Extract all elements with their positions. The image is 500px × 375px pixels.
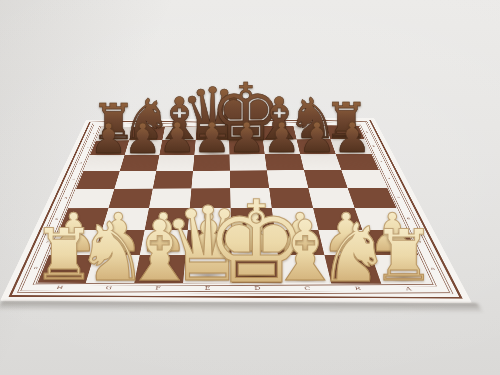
square-c3[interactable] xyxy=(145,208,190,230)
square-e4[interactable] xyxy=(230,188,272,208)
file-labels-bottom: HGFEDCBA xyxy=(34,285,435,292)
square-h8[interactable] xyxy=(326,126,365,140)
square-b1[interactable] xyxy=(86,255,140,283)
square-a7[interactable] xyxy=(90,140,129,155)
square-h1[interactable] xyxy=(371,255,431,284)
square-b8[interactable] xyxy=(129,127,165,141)
square-h4[interactable] xyxy=(348,188,397,208)
square-d4[interactable] xyxy=(190,188,231,208)
square-c8[interactable] xyxy=(162,127,197,141)
coord-label: E xyxy=(197,123,229,126)
square-c2[interactable] xyxy=(140,230,188,255)
square-f8[interactable] xyxy=(261,126,297,140)
coord-label: H xyxy=(34,285,85,291)
coord-label: D xyxy=(232,285,282,291)
square-b4[interactable] xyxy=(108,189,152,209)
chess-board: HGFEDCBA HGFEDCBA 12345678 12345678 xyxy=(0,118,472,303)
square-a5[interactable] xyxy=(76,171,120,189)
coord-label: F xyxy=(165,123,197,126)
square-h3[interactable] xyxy=(355,208,407,230)
coord-label: E xyxy=(182,285,232,291)
coord-label: F xyxy=(133,285,183,291)
square-d5[interactable] xyxy=(191,171,230,189)
square-a4[interactable] xyxy=(68,189,114,209)
square-f1[interactable] xyxy=(278,255,331,283)
square-g6[interactable] xyxy=(300,154,341,170)
square-d2[interactable] xyxy=(186,230,232,255)
square-e3[interactable] xyxy=(231,208,275,230)
square-b2[interactable] xyxy=(94,230,144,255)
square-a6[interactable] xyxy=(83,155,124,171)
square-a1[interactable] xyxy=(38,255,95,283)
coord-label: B xyxy=(293,122,326,125)
coord-label: D xyxy=(229,123,261,126)
coord-label: A xyxy=(382,286,435,292)
square-f3[interactable] xyxy=(272,208,319,230)
photo-scene: HGFEDCBA HGFEDCBA 12345678 12345678 ♜♞♝♛… xyxy=(0,0,500,375)
square-d8[interactable] xyxy=(196,126,230,140)
square-c7[interactable] xyxy=(159,140,195,155)
square-e7[interactable] xyxy=(229,140,265,155)
square-h7[interactable] xyxy=(331,139,372,154)
square-a3[interactable] xyxy=(59,208,108,230)
square-e5[interactable] xyxy=(230,170,269,188)
square-g5[interactable] xyxy=(304,170,348,188)
square-f7[interactable] xyxy=(263,139,300,154)
square-d6[interactable] xyxy=(193,154,230,170)
square-a2[interactable] xyxy=(49,230,102,255)
square-b3[interactable] xyxy=(102,208,149,230)
square-c1[interactable] xyxy=(134,255,185,283)
square-e8[interactable] xyxy=(229,126,263,140)
coord-label: G xyxy=(133,124,165,127)
board-contact-shadow xyxy=(0,301,483,313)
coord-label: H xyxy=(102,124,134,127)
square-d3[interactable] xyxy=(188,208,231,230)
square-e6[interactable] xyxy=(229,154,266,170)
square-g8[interactable] xyxy=(293,126,330,140)
coord-label: G xyxy=(83,285,134,291)
square-f5[interactable] xyxy=(267,170,308,188)
coord-label: B xyxy=(332,286,384,292)
square-e1[interactable] xyxy=(232,255,282,283)
square-e2[interactable] xyxy=(231,230,278,255)
square-f6[interactable] xyxy=(265,154,304,170)
square-a8[interactable] xyxy=(96,127,133,140)
square-f4[interactable] xyxy=(269,188,313,208)
square-b6[interactable] xyxy=(120,155,160,171)
board-grid xyxy=(38,126,432,284)
square-f2[interactable] xyxy=(275,230,325,255)
square-b5[interactable] xyxy=(114,171,156,189)
square-h5[interactable] xyxy=(341,170,387,188)
square-c6[interactable] xyxy=(156,155,194,171)
square-d7[interactable] xyxy=(194,140,229,155)
square-b7[interactable] xyxy=(125,140,163,155)
square-c5[interactable] xyxy=(153,171,193,189)
coord-label: C xyxy=(282,285,333,291)
square-h2[interactable] xyxy=(362,230,418,255)
coord-label: C xyxy=(261,123,294,126)
square-g7[interactable] xyxy=(297,139,336,154)
square-g4[interactable] xyxy=(308,188,354,208)
square-c4[interactable] xyxy=(149,188,191,208)
coord-label: A xyxy=(325,122,358,125)
square-d1[interactable] xyxy=(183,255,232,283)
square-h6[interactable] xyxy=(336,154,379,170)
